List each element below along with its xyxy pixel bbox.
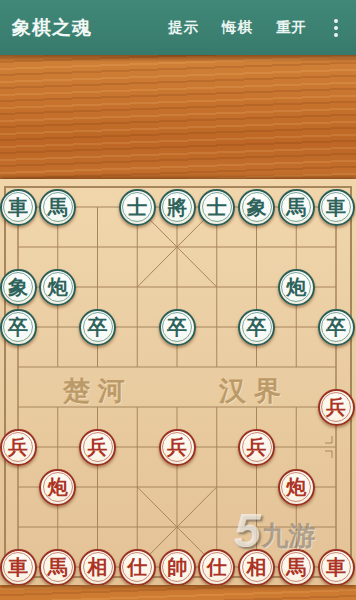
piece-face: 車 — [3, 552, 33, 582]
piece-red-chariot[interactable]: 車 — [0, 549, 37, 586]
piece-face: 馬 — [281, 192, 311, 222]
piece-glyph: 兵 — [88, 437, 108, 457]
piece-red-advisor[interactable]: 仕 — [198, 549, 235, 586]
piece-glyph: 象 — [247, 197, 267, 217]
piece-red-advisor[interactable]: 仕 — [119, 549, 156, 586]
piece-red-soldier[interactable]: 兵 — [318, 389, 355, 426]
piece-glyph: 士 — [127, 197, 147, 217]
piece-glyph: 卒 — [167, 317, 187, 337]
piece-black-soldier[interactable]: 卒 — [238, 309, 275, 346]
piece-glyph: 馬 — [286, 557, 306, 577]
piece-glyph: 車 — [326, 197, 346, 217]
piece-face: 炮 — [43, 472, 73, 502]
piece-glyph: 卒 — [88, 317, 108, 337]
app-screen: 象棋之魂 提示 悔棋 重开 楚河 汉界 5 九游 車馬士將士象馬車象炮炮卒卒卒卒… — [0, 0, 356, 600]
piece-glyph: 卒 — [326, 317, 346, 337]
piece-face: 相 — [242, 552, 272, 582]
restart-button[interactable]: 重开 — [276, 18, 307, 37]
piece-glyph: 卒 — [247, 317, 267, 337]
piece-face: 炮 — [281, 472, 311, 502]
piece-face: 士 — [202, 192, 232, 222]
piece-face: 仕 — [122, 552, 152, 582]
piece-face: 卒 — [83, 312, 113, 342]
piece-black-cannon[interactable]: 炮 — [278, 269, 315, 306]
piece-black-advisor[interactable]: 士 — [119, 189, 156, 226]
piece-glyph: 仕 — [127, 557, 147, 577]
overflow-menu-icon[interactable] — [328, 16, 344, 40]
app-bar: 象棋之魂 提示 悔棋 重开 — [0, 0, 356, 55]
piece-black-soldier[interactable]: 卒 — [79, 309, 116, 346]
piece-face: 仕 — [202, 552, 232, 582]
piece-black-elephant[interactable]: 象 — [0, 269, 37, 306]
piece-black-advisor[interactable]: 士 — [198, 189, 235, 226]
piece-face: 炮 — [43, 272, 73, 302]
piece-face: 兵 — [162, 432, 192, 462]
piece-face: 馬 — [281, 552, 311, 582]
piece-face: 象 — [242, 192, 272, 222]
piece-face: 卒 — [242, 312, 272, 342]
piece-face: 車 — [321, 192, 351, 222]
piece-red-elephant[interactable]: 相 — [238, 549, 275, 586]
app-bar-actions: 提示 悔棋 重开 — [168, 16, 344, 40]
piece-glyph: 將 — [167, 197, 187, 217]
piece-face: 馬 — [43, 192, 73, 222]
piece-face: 車 — [321, 552, 351, 582]
piece-black-soldier[interactable]: 卒 — [0, 309, 37, 346]
piece-glyph: 炮 — [48, 477, 68, 497]
piece-red-soldier[interactable]: 兵 — [238, 429, 275, 466]
river-label-han: 汉界 — [219, 373, 289, 409]
table-background: 楚河 汉界 5 九游 車馬士將士象馬車象炮炮卒卒卒卒卒兵兵兵兵兵炮炮車馬相仕帥仕… — [0, 55, 356, 600]
piece-glyph: 車 — [8, 557, 28, 577]
piece-face: 炮 — [281, 272, 311, 302]
piece-glyph: 兵 — [8, 437, 28, 457]
piece-glyph: 車 — [8, 197, 28, 217]
piece-glyph: 相 — [88, 557, 108, 577]
piece-red-cannon[interactable]: 炮 — [278, 469, 315, 506]
piece-glyph: 士 — [207, 197, 227, 217]
piece-glyph: 象 — [8, 277, 28, 297]
piece-black-elephant[interactable]: 象 — [238, 189, 275, 226]
piece-black-king[interactable]: 將 — [159, 189, 196, 226]
piece-glyph: 卒 — [8, 317, 28, 337]
piece-red-king[interactable]: 帥 — [159, 549, 196, 586]
piece-red-elephant[interactable]: 相 — [79, 549, 116, 586]
piece-glyph: 炮 — [286, 277, 306, 297]
piece-face: 兵 — [321, 392, 351, 422]
piece-black-chariot[interactable]: 車 — [0, 189, 37, 226]
hint-button[interactable]: 提示 — [168, 18, 199, 37]
piece-black-soldier[interactable]: 卒 — [318, 309, 355, 346]
piece-face: 馬 — [43, 552, 73, 582]
piece-red-horse[interactable]: 馬 — [39, 549, 76, 586]
piece-glyph: 車 — [326, 557, 346, 577]
piece-face: 車 — [3, 192, 33, 222]
piece-red-chariot[interactable]: 車 — [318, 549, 355, 586]
piece-face: 兵 — [3, 432, 33, 462]
board-grid — [0, 179, 356, 585]
piece-red-horse[interactable]: 馬 — [278, 549, 315, 586]
piece-face: 兵 — [242, 432, 272, 462]
river-label-chu: 楚河 — [63, 373, 133, 409]
piece-glyph: 兵 — [167, 437, 187, 457]
piece-face: 相 — [83, 552, 113, 582]
piece-glyph: 馬 — [48, 197, 68, 217]
piece-red-cannon[interactable]: 炮 — [39, 469, 76, 506]
piece-black-cannon[interactable]: 炮 — [39, 269, 76, 306]
piece-red-soldier[interactable]: 兵 — [159, 429, 196, 466]
piece-glyph: 兵 — [326, 397, 346, 417]
piece-glyph: 馬 — [48, 557, 68, 577]
piece-face: 卒 — [3, 312, 33, 342]
piece-face: 兵 — [83, 432, 113, 462]
piece-glyph: 仕 — [207, 557, 227, 577]
piece-glyph: 兵 — [247, 437, 267, 457]
piece-black-chariot[interactable]: 車 — [318, 189, 355, 226]
piece-black-horse[interactable]: 馬 — [278, 189, 315, 226]
piece-glyph: 炮 — [286, 477, 306, 497]
piece-glyph: 相 — [247, 557, 267, 577]
piece-glyph: 帥 — [167, 557, 187, 577]
piece-black-horse[interactable]: 馬 — [39, 189, 76, 226]
piece-face: 象 — [3, 272, 33, 302]
piece-black-soldier[interactable]: 卒 — [159, 309, 196, 346]
xiangqi-board[interactable]: 楚河 汉界 5 九游 車馬士將士象馬車象炮炮卒卒卒卒卒兵兵兵兵兵炮炮車馬相仕帥仕… — [0, 179, 356, 585]
piece-face: 卒 — [321, 312, 351, 342]
piece-red-soldier[interactable]: 兵 — [0, 429, 37, 466]
piece-red-soldier[interactable]: 兵 — [79, 429, 116, 466]
piece-glyph: 馬 — [286, 197, 306, 217]
piece-face: 帥 — [162, 552, 192, 582]
piece-face: 卒 — [162, 312, 192, 342]
undo-move-button[interactable]: 悔棋 — [222, 18, 253, 37]
app-title: 象棋之魂 — [12, 15, 168, 41]
piece-face: 士 — [122, 192, 152, 222]
piece-face: 將 — [162, 192, 192, 222]
piece-glyph: 炮 — [48, 277, 68, 297]
